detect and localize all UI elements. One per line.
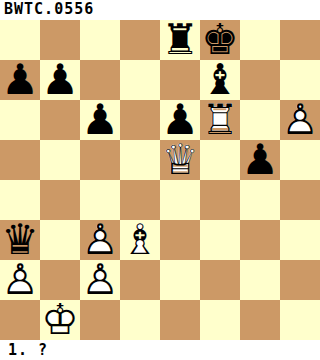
square-b8[interactable] [40,20,80,60]
square-b2[interactable] [40,260,80,300]
square-a4[interactable] [0,180,40,220]
square-g3[interactable] [240,220,280,260]
square-c8[interactable] [80,20,120,60]
white-pawn[interactable]: ♙ [280,100,320,140]
square-h7[interactable] [280,60,320,100]
square-f8[interactable]: ♚ [200,20,240,60]
square-h3[interactable] [280,220,320,260]
black-pawn[interactable]: ♟ [40,60,80,100]
square-a8[interactable] [0,20,40,60]
square-b1[interactable]: ♚♔ [40,300,80,340]
square-c6[interactable]: ♟ [80,100,120,140]
square-e4[interactable] [160,180,200,220]
square-h5[interactable] [280,140,320,180]
square-b6[interactable] [40,100,80,140]
black-king[interactable]: ♚ [200,20,240,60]
square-d8[interactable] [120,20,160,60]
black-pawn[interactable]: ♟ [80,100,120,140]
square-d6[interactable] [120,100,160,140]
black-pawn[interactable]: ♟ [240,140,280,180]
puzzle-id: BWTC.0556 [4,0,94,18]
square-e1[interactable] [160,300,200,340]
square-e5[interactable]: ♛♕ [160,140,200,180]
square-a7[interactable]: ♟ [0,60,40,100]
square-c1[interactable] [80,300,120,340]
white-pawn[interactable]: ♙ [80,220,120,260]
square-f2[interactable] [200,260,240,300]
square-d2[interactable] [120,260,160,300]
chess-board: ♜♚♟♟♝♟♟♜♖♟♙♛♕♟♛♟♙♝♗♟♙♟♙♚♔ [0,20,320,340]
square-f1[interactable] [200,300,240,340]
square-b4[interactable] [40,180,80,220]
square-a6[interactable] [0,100,40,140]
square-e2[interactable] [160,260,200,300]
square-c7[interactable] [80,60,120,100]
square-g5[interactable]: ♟ [240,140,280,180]
square-g1[interactable] [240,300,280,340]
square-f5[interactable] [200,140,240,180]
square-g2[interactable] [240,260,280,300]
black-rook[interactable]: ♜ [160,20,200,60]
square-f3[interactable] [200,220,240,260]
black-bishop[interactable]: ♝ [200,60,240,100]
square-f7[interactable]: ♝ [200,60,240,100]
square-e8[interactable]: ♜ [160,20,200,60]
square-h4[interactable] [280,180,320,220]
chess-puzzle-window: BWTC.0556 ♜♚♟♟♝♟♟♜♖♟♙♛♕♟♛♟♙♝♗♟♙♟♙♚♔ 1. ? [0,0,320,360]
square-a1[interactable] [0,300,40,340]
square-h2[interactable] [280,260,320,300]
white-rook[interactable]: ♖ [200,100,240,140]
square-f6[interactable]: ♜♖ [200,100,240,140]
white-pawn[interactable]: ♙ [0,260,40,300]
square-e7[interactable] [160,60,200,100]
square-g8[interactable] [240,20,280,60]
square-g4[interactable] [240,180,280,220]
square-c3[interactable]: ♟♙ [80,220,120,260]
square-g7[interactable] [240,60,280,100]
square-f4[interactable] [200,180,240,220]
square-e3[interactable] [160,220,200,260]
square-d7[interactable] [120,60,160,100]
square-b7[interactable]: ♟ [40,60,80,100]
square-a5[interactable] [0,140,40,180]
square-d1[interactable] [120,300,160,340]
white-bishop[interactable]: ♗ [120,220,160,260]
square-b5[interactable] [40,140,80,180]
white-pawn[interactable]: ♙ [80,260,120,300]
square-g6[interactable] [240,100,280,140]
square-a2[interactable]: ♟♙ [0,260,40,300]
square-c5[interactable] [80,140,120,180]
square-h8[interactable] [280,20,320,60]
black-pawn[interactable]: ♟ [0,60,40,100]
square-h6[interactable]: ♟♙ [280,100,320,140]
square-b3[interactable] [40,220,80,260]
black-pawn[interactable]: ♟ [160,100,200,140]
title-bar: BWTC.0556 [0,0,320,20]
square-d3[interactable]: ♝♗ [120,220,160,260]
square-h1[interactable] [280,300,320,340]
square-c4[interactable] [80,180,120,220]
square-d4[interactable] [120,180,160,220]
white-king[interactable]: ♔ [40,300,80,340]
square-e6[interactable]: ♟ [160,100,200,140]
black-queen[interactable]: ♛ [0,220,40,260]
square-d5[interactable] [120,140,160,180]
square-a3[interactable]: ♛ [0,220,40,260]
white-queen[interactable]: ♕ [160,140,200,180]
square-c2[interactable]: ♟♙ [80,260,120,300]
